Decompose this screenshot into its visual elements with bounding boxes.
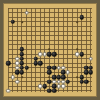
go-board[interactable] xyxy=(0,0,100,100)
black-stone xyxy=(52,52,57,57)
black-stone xyxy=(89,70,94,75)
black-stone xyxy=(6,61,11,66)
black-stone xyxy=(20,70,25,75)
star-point xyxy=(21,76,23,78)
star-point xyxy=(49,76,51,78)
white-stone xyxy=(6,89,11,94)
grid-line-horizontal xyxy=(8,86,92,87)
white-stone xyxy=(10,75,15,80)
white-stone xyxy=(61,84,66,89)
white-stone xyxy=(66,70,71,75)
black-stone xyxy=(84,79,89,84)
star-point xyxy=(76,21,78,23)
black-stone xyxy=(10,20,15,25)
black-stone xyxy=(79,15,84,20)
black-stone xyxy=(24,66,29,71)
star-point xyxy=(21,21,23,23)
black-stone xyxy=(66,79,71,84)
white-stone xyxy=(24,10,29,15)
white-stone xyxy=(89,56,94,61)
grid-line-vertical xyxy=(90,8,91,92)
star-point xyxy=(76,76,78,78)
black-stone xyxy=(79,52,84,57)
black-stone xyxy=(38,61,43,66)
star-point xyxy=(49,49,51,51)
star-point xyxy=(76,49,78,51)
black-stone xyxy=(52,89,57,94)
black-stone xyxy=(47,70,52,75)
black-stone xyxy=(43,84,48,89)
grid-line-vertical xyxy=(72,8,73,92)
white-stone xyxy=(15,79,20,84)
star-point xyxy=(49,21,51,23)
